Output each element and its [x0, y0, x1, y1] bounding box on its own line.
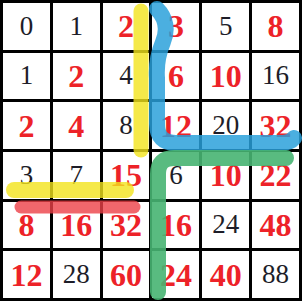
cell-r6c2: 28: [53, 251, 100, 298]
cell-r1c5: 5: [202, 3, 249, 50]
cell-r3c6: 32: [252, 102, 299, 149]
cell-r6c5: 40: [202, 251, 249, 298]
cell-r6c3: 60: [103, 251, 150, 298]
puzzle-grid: 0 1 2 3 5 8 1 2 4 6 10 16 2 4 8 12 20 32…: [0, 0, 302, 301]
cell-r2c3: 4: [103, 53, 150, 100]
cell-r4c1: 3: [3, 152, 50, 199]
cell-r4c2: 7: [53, 152, 100, 199]
cell-r1c3: 2: [103, 3, 150, 50]
cell-r2c4: 6: [152, 53, 199, 100]
cell-r2c2: 2: [53, 53, 100, 100]
cell-r1c1: 0: [3, 3, 50, 50]
cell-r4c4: 6: [152, 152, 199, 199]
cell-r5c4: 16: [152, 202, 199, 249]
cell-r4c6: 22: [252, 152, 299, 199]
cell-r6c4: 24: [152, 251, 199, 298]
cell-r2c1: 1: [3, 53, 50, 100]
cell-r3c2: 4: [53, 102, 100, 149]
cell-r3c5: 20: [202, 102, 249, 149]
cell-r2c6: 16: [252, 53, 299, 100]
cell-r1c4: 3: [152, 3, 199, 50]
cell-r4c3: 15: [103, 152, 150, 199]
cell-r1c6: 8: [252, 3, 299, 50]
cell-r5c2: 16: [53, 202, 100, 249]
cell-r2c5: 10: [202, 53, 249, 100]
cell-r3c1: 2: [3, 102, 50, 149]
cell-r5c1: 8: [3, 202, 50, 249]
cell-r5c6: 48: [252, 202, 299, 249]
cell-r1c2: 1: [53, 3, 100, 50]
cell-r6c6: 88: [252, 251, 299, 298]
cell-r5c5: 24: [202, 202, 249, 249]
cell-r3c3: 8: [103, 102, 150, 149]
cell-r4c5: 10: [202, 152, 249, 199]
cell-r3c4: 12: [152, 102, 199, 149]
cell-r6c1: 12: [3, 251, 50, 298]
cell-r5c3: 32: [103, 202, 150, 249]
